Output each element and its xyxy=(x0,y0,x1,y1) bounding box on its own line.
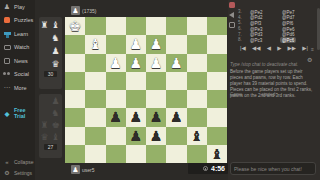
collapse-button[interactable]: « Collapse xyxy=(0,156,35,167)
clock-icon xyxy=(203,166,208,171)
tray-empty-cell xyxy=(39,95,50,107)
square-c8[interactable] xyxy=(166,145,186,163)
sidebar-item-learn[interactable]: Learn xyxy=(0,27,35,41)
forward-many-button[interactable]: ▶▶ xyxy=(288,45,296,51)
sidebar-item-social[interactable]: Social xyxy=(0,68,35,82)
square-h1[interactable]: ♚ xyxy=(65,17,85,35)
square-a1[interactable] xyxy=(207,17,227,35)
sidebar-item-free-trial[interactable]: ◆ Free Trial xyxy=(0,107,35,121)
square-g2[interactable]: ♝ xyxy=(85,35,105,53)
sidebar-item-news[interactable]: News xyxy=(0,54,35,68)
tray-piece-white-R[interactable]: ♜ xyxy=(39,18,50,31)
square-g7[interactable] xyxy=(85,127,105,145)
black-pawn[interactable]: ♟ xyxy=(150,129,163,143)
sidebar-item-more[interactable]: ⋯More xyxy=(0,81,35,95)
status-left: Game xyxy=(230,92,242,97)
back-button[interactable]: ◀ xyxy=(267,45,271,51)
board-area: ♜♝♞♟♛ 30 ♟♞♜♚♛♝ 27 ♟ (1735) ♚♝♟♟♟♟♟♟♟♟♟♟… xyxy=(35,0,228,180)
square-f4[interactable] xyxy=(106,72,126,90)
right-panel: 3.@Pe2@Pe74.@Pd2@Pd75.@Pf3@Pf66.@Pe3@Pe6… xyxy=(228,0,320,180)
move-number: 4. xyxy=(238,15,248,20)
avatar-bottom[interactable]: ♟ xyxy=(71,165,80,174)
square-h7[interactable] xyxy=(65,127,85,145)
last-move-button[interactable]: ▶| xyxy=(302,45,308,51)
forward-button[interactable]: ▶ xyxy=(277,45,281,51)
player-bar-top: ♟ (1735) xyxy=(71,5,228,16)
white-pawn[interactable]: ♟ xyxy=(150,37,163,51)
move-number: 6. xyxy=(238,26,248,31)
status-right: started xyxy=(262,92,276,97)
sidebar-item-label: News xyxy=(14,58,28,64)
black-pawn[interactable]: ♟ xyxy=(109,110,122,124)
tray-piece-black-Q[interactable]: ♛ xyxy=(39,131,50,143)
square-b2[interactable] xyxy=(187,35,207,53)
white-pawn[interactable]: ♟ xyxy=(170,56,183,70)
graduation-cap-icon xyxy=(3,30,11,38)
avatar-top[interactable]: ♟ xyxy=(71,6,80,15)
sidebar-items: ♟PlayPuzzlesLearnWatchNewsSocial⋯More xyxy=(0,0,35,95)
square-b8[interactable] xyxy=(187,145,207,163)
gear-icon: ⚙ xyxy=(3,169,11,177)
white-pawn[interactable]: ♟ xyxy=(130,37,143,51)
tray-empty-cell xyxy=(39,57,50,70)
board-controls-strip xyxy=(229,2,237,32)
square-a3[interactable] xyxy=(207,54,227,72)
move-list-options-icon[interactable]: ≡ xyxy=(311,46,314,52)
game-status-line: Game started xyxy=(230,92,316,97)
tray-empty-cell xyxy=(39,31,50,44)
clock-time: 4:56 xyxy=(211,165,225,172)
sidebar-item-label: Play xyxy=(14,4,25,10)
chat-hint-text: Type /stop chat to deactivate chat. xyxy=(230,62,314,67)
square-d3[interactable]: ♟ xyxy=(146,54,166,72)
square-d8[interactable] xyxy=(146,145,166,163)
square-a7[interactable] xyxy=(207,127,227,145)
square-f5[interactable] xyxy=(106,90,126,108)
move-number: 3. xyxy=(238,9,248,14)
square-g4[interactable] xyxy=(85,72,105,90)
square-f7[interactable] xyxy=(106,127,126,145)
tv-icon xyxy=(3,43,11,51)
app-window: ♟PlayPuzzlesLearnWatchNewsSocial⋯More ◆ … xyxy=(0,0,320,180)
sidebar: ♟PlayPuzzlesLearnWatchNewsSocial⋯More ◆ … xyxy=(0,0,35,180)
diamond-icon: ◆ xyxy=(3,109,11,117)
black-bishop[interactable]: ♝ xyxy=(211,147,224,161)
pawn-icon: ♟ xyxy=(3,3,11,11)
square-d5[interactable] xyxy=(146,90,166,108)
square-d7[interactable]: ♟ xyxy=(146,127,166,145)
square-b3[interactable] xyxy=(187,54,207,72)
tray-empty-cell xyxy=(39,107,50,119)
piece-tray-black: ♟♞♜♚♛♝ 27 xyxy=(39,94,62,158)
newspaper-icon xyxy=(3,57,11,65)
piece-tray-white-grid: ♜♝♞♟♛ xyxy=(39,18,62,70)
black-pawn[interactable]: ♟ xyxy=(130,110,143,124)
square-a4[interactable] xyxy=(207,72,227,90)
record-icon[interactable] xyxy=(229,2,235,8)
move-number: 5. xyxy=(238,20,248,25)
move-black[interactable]: @Pc6 xyxy=(280,37,312,42)
piece-tray-black-grid: ♟♞♜♚♛♝ xyxy=(39,95,62,143)
white-bishop[interactable]: ♝ xyxy=(89,37,102,51)
square-c5[interactable] xyxy=(166,90,186,108)
sidebar-item-label: Learn xyxy=(14,31,28,37)
scrollbar-thumb[interactable] xyxy=(317,8,320,50)
tray-piece-white-N[interactable]: ♞ xyxy=(50,31,61,44)
dots-icon: ⋯ xyxy=(3,84,11,92)
black-bishop[interactable]: ♝ xyxy=(190,129,203,143)
people-icon xyxy=(3,70,11,78)
square-g8[interactable] xyxy=(85,145,105,163)
sidebar-item-label: Puzzles xyxy=(14,17,33,23)
move-black[interactable]: @Pf6 xyxy=(280,20,312,25)
black-points-remaining: 27 xyxy=(44,144,57,150)
square-d6[interactable]: ♟ xyxy=(146,108,166,126)
move-nav: |◀◀◀◀▶▶▶▶| xyxy=(240,45,308,51)
square-b4[interactable] xyxy=(187,72,207,90)
square-g5[interactable] xyxy=(85,90,105,108)
square-g6[interactable] xyxy=(85,108,105,126)
square-b6[interactable] xyxy=(187,108,207,126)
square-e8[interactable] xyxy=(126,145,146,163)
square-h5[interactable] xyxy=(65,90,85,108)
settings-button[interactable]: ⚙ Settings xyxy=(0,167,35,178)
square-c6[interactable]: ♟ xyxy=(166,108,186,126)
square-f3[interactable]: ♟ xyxy=(106,54,126,72)
square-h3[interactable] xyxy=(65,54,85,72)
move-number: 8. xyxy=(238,37,248,42)
sidebar-item-label: More xyxy=(14,85,27,91)
sidebar-item-watch[interactable]: Watch xyxy=(0,41,35,55)
tray-piece-black-K[interactable]: ♚ xyxy=(50,119,61,131)
square-e2[interactable]: ♟ xyxy=(126,35,146,53)
square-f8[interactable] xyxy=(106,145,126,163)
settings-label: Settings xyxy=(14,170,32,176)
layout-icon[interactable] xyxy=(229,22,235,28)
tray-piece-black-B[interactable]: ♝ xyxy=(50,131,61,143)
back-many-button[interactable]: ◀◀ xyxy=(252,45,260,51)
move-white[interactable]: @Pd3 xyxy=(248,32,280,37)
square-h8[interactable] xyxy=(65,145,85,163)
first-move-button[interactable]: |◀ xyxy=(240,45,246,51)
piece-tray-white: ♜♝♞♟♛ 30 xyxy=(39,17,62,89)
square-e3[interactable]: ♟ xyxy=(126,54,146,72)
tray-piece-black-P[interactable]: ♟ xyxy=(50,95,61,107)
player-top-name[interactable]: (1735) xyxy=(82,8,96,14)
square-e6[interactable]: ♟ xyxy=(126,108,146,126)
square-h4[interactable] xyxy=(65,72,85,90)
square-e1[interactable] xyxy=(126,17,146,35)
square-e7[interactable]: ♟ xyxy=(126,127,146,145)
square-f6[interactable]: ♟ xyxy=(106,108,126,126)
square-a2[interactable] xyxy=(207,35,227,53)
square-h6[interactable] xyxy=(65,108,85,126)
square-c3[interactable]: ♟ xyxy=(166,54,186,72)
move-white[interactable]: @Pc3 xyxy=(248,37,280,42)
square-c4[interactable] xyxy=(166,72,186,90)
square-g3[interactable] xyxy=(85,54,105,72)
square-c7[interactable] xyxy=(166,127,186,145)
white-points-remaining: 30 xyxy=(44,71,57,77)
white-pawn[interactable]: ♟ xyxy=(150,56,163,70)
square-b5[interactable] xyxy=(187,90,207,108)
player-bottom-name[interactable]: user5 xyxy=(82,167,95,173)
free-trial-label: Free Trial xyxy=(14,107,35,119)
sidebar-item-puzzles[interactable]: Puzzles xyxy=(0,14,35,28)
square-a6[interactable] xyxy=(207,108,227,126)
tray-piece-black-N[interactable]: ♞ xyxy=(50,107,61,119)
square-d4[interactable] xyxy=(146,72,166,90)
square-g1[interactable] xyxy=(85,17,105,35)
collapse-label: Collapse xyxy=(14,159,33,165)
player-bottom-clock: 4:56 xyxy=(188,163,228,174)
square-d2[interactable]: ♟ xyxy=(146,35,166,53)
square-c2[interactable] xyxy=(166,35,186,53)
square-e4[interactable] xyxy=(126,72,146,90)
tray-piece-white-Q[interactable]: ♛ xyxy=(50,57,61,70)
sidebar-item-label: Watch xyxy=(14,44,29,50)
square-f1[interactable] xyxy=(106,17,126,35)
move-row: 8.@Pc3@Pc6 xyxy=(238,37,316,43)
square-b1[interactable] xyxy=(187,17,207,35)
white-pawn[interactable]: ♟ xyxy=(130,56,143,70)
square-a5[interactable] xyxy=(207,90,227,108)
black-pawn[interactable]: ♟ xyxy=(130,129,143,143)
square-c1[interactable] xyxy=(166,17,186,35)
white-pawn[interactable]: ♟ xyxy=(109,56,122,70)
black-pawn[interactable]: ♟ xyxy=(150,110,163,124)
black-pawn[interactable]: ♟ xyxy=(170,110,183,124)
tray-piece-white-B[interactable]: ♝ xyxy=(50,18,61,31)
sidebar-bottom: « Collapse ⚙ Settings xyxy=(0,156,35,178)
sidebar-item-label: Social xyxy=(14,71,29,77)
square-d1[interactable] xyxy=(146,17,166,35)
square-h2[interactable] xyxy=(65,35,85,53)
tray-piece-black-R[interactable]: ♜ xyxy=(39,119,50,131)
square-f2[interactable] xyxy=(106,35,126,53)
square-a8[interactable]: ♝ xyxy=(207,145,227,163)
chat-input[interactable] xyxy=(230,162,316,175)
tray-piece-white-P[interactable]: ♟ xyxy=(50,44,61,57)
move-black[interactable]: @Pd6 xyxy=(280,32,312,37)
puzzle-icon xyxy=(3,16,11,24)
move-list: 3.@Pe2@Pe74.@Pd2@Pd75.@Pf3@Pf66.@Pe3@Pe6… xyxy=(238,9,316,43)
speaker-icon[interactable] xyxy=(229,12,234,18)
collapse-icon: « xyxy=(3,158,11,166)
sidebar-item-play[interactable]: ♟Play xyxy=(0,0,35,14)
tray-empty-cell xyxy=(39,44,50,57)
scrollbar[interactable] xyxy=(317,0,320,180)
square-b7[interactable]: ♝ xyxy=(187,127,207,145)
chess-board: ♚♝♟♟♟♟♟♟♟♟♟♟♟♟♝♝ xyxy=(65,17,227,163)
move-row: 5.@Pf3@Pf6 xyxy=(238,20,316,26)
white-king[interactable]: ♚ xyxy=(69,19,82,33)
move-white[interactable]: @Pf3 xyxy=(248,20,280,25)
move-number: 7. xyxy=(238,32,248,37)
square-e5[interactable] xyxy=(126,90,146,108)
